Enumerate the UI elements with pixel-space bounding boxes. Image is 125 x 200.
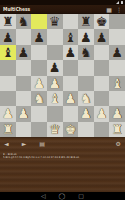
white-pawn-piece[interactable]: ♟ — [2, 107, 14, 120]
square-h3[interactable] — [109, 91, 125, 106]
black-pawn-piece[interactable]: ♟ — [33, 31, 45, 44]
white-pawn-piece[interactable]: ♟ — [49, 77, 61, 90]
overflow-menu-icon[interactable]: ⋮ — [116, 7, 122, 13]
android-nav-bar: ◁ ◯ ▢ — [0, 192, 125, 200]
square-c7[interactable]: ♟ — [31, 29, 47, 44]
square-e8[interactable] — [63, 14, 79, 29]
square-f5[interactable] — [78, 60, 94, 75]
square-f3[interactable]: ♞ — [78, 91, 94, 106]
square-g4[interactable] — [94, 76, 110, 91]
board-icon[interactable]: ▦ — [106, 7, 112, 13]
white-rook-piece[interactable]: ♜ — [2, 123, 14, 136]
square-b6[interactable]: ♟ — [16, 45, 32, 60]
square-b1[interactable] — [16, 122, 32, 137]
square-d6[interactable] — [47, 45, 63, 60]
square-a7[interactable]: ♟ — [0, 29, 16, 44]
black-pawn-piece[interactable]: ♟ — [80, 31, 92, 44]
square-e6[interactable]: ♟ — [63, 45, 79, 60]
white-pawn-piece[interactable]: ♟ — [18, 107, 30, 120]
square-f1[interactable] — [78, 122, 94, 137]
square-f4[interactable] — [78, 76, 94, 91]
chess-board: ♜♞♛♜♚♟♟♝♟♟♝♟♟♞♟♟♟♟♝♞♝♟♞♟♟♟♟♟♜♛♚♜ — [0, 14, 125, 137]
black-queen-piece[interactable]: ♛ — [49, 15, 61, 28]
move-history-line-1: 8... Bc8-a6 — [3, 152, 122, 153]
square-a4[interactable] — [0, 76, 16, 91]
settings-icon[interactable]: ⚙ — [116, 140, 121, 147]
square-g6[interactable] — [94, 45, 110, 60]
white-bishop-piece[interactable]: ♝ — [49, 92, 61, 105]
square-f2[interactable]: ♟ — [78, 106, 94, 121]
square-c4[interactable]: ♟ — [31, 76, 47, 91]
square-d1[interactable]: ♛ — [47, 122, 63, 137]
square-e3[interactable]: ♟ — [63, 91, 79, 106]
black-rook-piece[interactable]: ♜ — [2, 15, 14, 28]
square-a1[interactable]: ♜ — [0, 122, 16, 137]
square-d2[interactable] — [47, 106, 63, 121]
app-title: MultiChess — [3, 7, 30, 12]
square-g2[interactable]: ♟ — [94, 106, 110, 121]
black-bishop-piece[interactable]: ♝ — [64, 31, 76, 44]
square-c2[interactable] — [31, 106, 47, 121]
home-button[interactable]: ◯ — [59, 193, 66, 199]
square-h2[interactable]: ♟ — [109, 106, 125, 121]
square-f6[interactable]: ♞ — [78, 45, 94, 60]
white-pawn-piece[interactable]: ♟ — [33, 77, 45, 90]
black-pawn-piece[interactable]: ♟ — [18, 46, 30, 59]
square-e2[interactable] — [63, 106, 79, 121]
move-list-icon[interactable]: ▤ — [39, 140, 45, 147]
square-d4[interactable]: ♟ — [47, 76, 63, 91]
white-knight-piece[interactable]: ♞ — [33, 92, 45, 105]
square-b2[interactable]: ♟ — [16, 106, 32, 121]
square-g1[interactable] — [94, 122, 110, 137]
square-f8[interactable]: ♜ — [78, 14, 94, 29]
white-pawn-piece[interactable]: ♟ — [96, 107, 108, 120]
square-d3[interactable]: ♝ — [47, 91, 63, 106]
square-f7[interactable]: ♟ — [78, 29, 94, 44]
square-h1[interactable]: ♜ — [109, 122, 125, 137]
signal-icon — [116, 1, 119, 4]
black-bishop-piece[interactable]: ♝ — [2, 46, 14, 59]
black-king-piece[interactable]: ♚ — [96, 15, 108, 28]
white-bishop-piece[interactable]: ♝ — [111, 77, 123, 90]
square-g3[interactable] — [94, 91, 110, 106]
square-b7[interactable] — [16, 29, 32, 44]
square-d5[interactable]: ♟ — [47, 60, 63, 75]
square-c1[interactable] — [31, 122, 47, 137]
prev-move-icon[interactable]: ◄ — [4, 140, 9, 147]
black-pawn-piece[interactable]: ♟ — [64, 46, 76, 59]
square-a3[interactable] — [0, 91, 16, 106]
square-h6[interactable]: ♟ — [109, 45, 125, 60]
square-g5[interactable] — [94, 60, 110, 75]
white-king-piece[interactable]: ♚ — [64, 123, 76, 136]
square-b3[interactable] — [16, 91, 32, 106]
square-h8[interactable] — [109, 14, 125, 29]
black-pawn-piece[interactable]: ♟ — [49, 61, 61, 74]
black-pawn-piece[interactable]: ♟ — [111, 46, 123, 59]
square-a8[interactable]: ♜ — [0, 14, 16, 29]
back-button[interactable]: ◁ — [41, 193, 46, 199]
battery-icon — [121, 1, 123, 4]
square-c8[interactable] — [31, 14, 47, 29]
square-e1[interactable]: ♚ — [63, 122, 79, 137]
square-a2[interactable]: ♟ — [0, 106, 16, 121]
black-pawn-piece[interactable]: ♟ — [96, 31, 108, 44]
square-b5[interactable] — [16, 60, 32, 75]
square-h5[interactable] — [109, 60, 125, 75]
white-queen-piece[interactable]: ♛ — [49, 123, 61, 136]
next-move-icon[interactable]: ► — [22, 140, 27, 147]
square-h7[interactable] — [109, 29, 125, 44]
square-e5[interactable] — [63, 60, 79, 75]
action-bar: MultiChess ▦ ⋮ — [0, 5, 125, 14]
recents-button[interactable]: ▢ — [78, 193, 84, 199]
square-c3[interactable]: ♞ — [31, 91, 47, 106]
white-knight-piece[interactable]: ♞ — [80, 92, 92, 105]
square-g7[interactable]: ♟ — [94, 29, 110, 44]
square-b4[interactable] — [16, 76, 32, 91]
square-c6[interactable] — [31, 45, 47, 60]
move-history-line-2: 5.Bc1-g5 h7-h6 6.Bg5-h4 0-0 7.e2-e3 b7-b… — [3, 155, 122, 156]
square-e7[interactable]: ♝ — [63, 29, 79, 44]
move-history: 8... Bc8-a6 5.Bc1-g5 h7-h6 6.Bg5-h4 0-0 … — [3, 152, 122, 159]
white-rook-piece[interactable]: ♜ — [111, 123, 123, 136]
square-b8[interactable]: ♞ — [16, 14, 32, 29]
game-toolbar: ◄ ► ▤ ⚙ — [0, 138, 125, 149]
white-pawn-piece[interactable]: ♟ — [80, 107, 92, 120]
app-screen: MultiChess ▦ ⋮ ♜♞♛♜♚♟♟♝♟♟♝♟♟♞♟♟♟♟♝♞♝♟♞♟♟… — [0, 0, 125, 200]
square-a6[interactable]: ♝ — [0, 45, 16, 60]
black-knight-piece[interactable]: ♞ — [80, 46, 92, 59]
square-e4[interactable] — [63, 76, 79, 91]
square-h4[interactable]: ♝ — [109, 76, 125, 91]
square-d7[interactable] — [47, 29, 63, 44]
black-pawn-piece[interactable]: ♟ — [2, 31, 14, 44]
square-g8[interactable]: ♚ — [94, 14, 110, 29]
black-knight-piece[interactable]: ♞ — [18, 15, 30, 28]
white-pawn-piece[interactable]: ♟ — [64, 92, 76, 105]
black-rook-piece[interactable]: ♜ — [80, 15, 92, 28]
square-a5[interactable] — [0, 60, 16, 75]
white-pawn-piece[interactable]: ♟ — [111, 107, 123, 120]
square-c5[interactable] — [31, 60, 47, 75]
square-d8[interactable]: ♛ — [47, 14, 63, 29]
